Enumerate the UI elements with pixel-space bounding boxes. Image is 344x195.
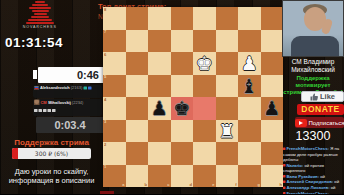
like-button[interactable]: Like: [301, 91, 344, 102]
subscribe-label: Подписаться: [309, 120, 344, 126]
donation-icon: [283, 148, 286, 151]
rank-label: 1: [104, 165, 106, 169]
square-b5[interactable]: [126, 75, 149, 98]
chat-text: ой: [320, 173, 325, 178]
medal-icon: [48, 109, 52, 112]
square-g3[interactable]: [238, 120, 261, 143]
square-f3[interactable]: ♜: [216, 120, 239, 143]
square-f7[interactable]: [216, 30, 239, 53]
square-f8[interactable]: [216, 7, 239, 30]
chat-message: Александр Лихачев: ой: [283, 185, 344, 190]
square-e8[interactable]: [193, 7, 216, 30]
opponent-rating: (2163): [71, 86, 83, 91]
square-g7[interactable]: [238, 30, 261, 53]
chat-text: ой: [334, 179, 339, 184]
progress-label: 300 ₽ (6%): [12, 148, 91, 159]
square-f1[interactable]: f: [216, 165, 239, 188]
file-label: g: [257, 183, 259, 187]
lessons-line2: информация в описании: [0, 176, 103, 185]
opponent-clock: 0:46: [38, 67, 104, 83]
chat-message: Nazario: ой против спаренного: [283, 162, 344, 173]
square-c6[interactable]: [148, 52, 171, 75]
chat-username: Александр Лихачев:: [287, 185, 331, 190]
streamer-medals: [33, 109, 68, 112]
chat-messages: FrenchMotorsChess: Я на самом деле пробу…: [283, 146, 344, 194]
donation-icon: [283, 192, 286, 194]
square-e6[interactable]: ♚: [193, 52, 216, 75]
file-label: h: [280, 183, 282, 187]
stream-overlay: NOVARCHESS Топ донат стрима: Nazario - 3…: [0, 0, 344, 194]
square-h4[interactable]: ♟: [261, 97, 284, 120]
square-a8[interactable]: 8: [103, 7, 126, 30]
square-c2[interactable]: [148, 142, 171, 165]
like-label: Like: [320, 92, 335, 101]
chat-message: Алексей Свиридонов: ой: [283, 179, 344, 184]
square-h6[interactable]: [261, 52, 284, 75]
square-a5[interactable]: 5: [103, 75, 126, 98]
chat-username: Алексей Свиридонов:: [287, 179, 335, 184]
square-e4[interactable]: [193, 97, 216, 120]
lessons-note: Даю уроки по скайпу, информация в описан…: [0, 167, 103, 185]
board-red-smear: [100, 191, 114, 194]
piece-wP-g6[interactable]: ♟: [238, 52, 261, 75]
avatar: [34, 100, 40, 106]
square-c4[interactable]: ♟: [148, 97, 171, 120]
rank-label: 6: [104, 53, 106, 57]
square-f4[interactable]: [216, 97, 239, 120]
donation-progress-bar: 300 ₽ (6%): [12, 148, 91, 159]
square-d3[interactable]: [171, 120, 194, 143]
thumbs-up-icon: [310, 93, 318, 101]
square-e1[interactable]: e: [193, 165, 216, 188]
rank-label: 4: [104, 98, 106, 102]
square-b7[interactable]: [126, 30, 149, 53]
logo-text: NOVARCHESS: [23, 25, 57, 29]
square-g4[interactable]: [238, 97, 261, 120]
square-g8[interactable]: [238, 7, 261, 30]
support-title: Поддержка стрима: [0, 138, 103, 147]
medal-icon: [39, 109, 43, 112]
file-label: b: [145, 183, 147, 187]
chat-text: ой: [331, 185, 336, 190]
file-label: d: [190, 183, 192, 187]
lessons-line1: Даю уроки по скайпу,: [0, 167, 103, 176]
square-h5[interactable]: [261, 75, 284, 98]
piece-bB-g5[interactable]: ♝: [238, 75, 261, 98]
streamer-player-bar: СМ Mihailovskij (2234): [33, 99, 102, 116]
square-b3[interactable]: [126, 120, 149, 143]
square-b8[interactable]: [126, 7, 149, 30]
streamer-name-line1: СМ Владимир: [282, 58, 344, 66]
chat-username: FrenchMotorsChess:: [287, 191, 330, 195]
opponent-name: Aleksandrovich: [40, 86, 70, 91]
opponent-player-bar: Aleksandrovich (2163): [33, 85, 102, 98]
square-g2[interactable]: [238, 142, 261, 165]
badge-icon: [88, 86, 92, 89]
square-g5[interactable]: ♝: [238, 75, 261, 98]
file-label: f: [236, 183, 237, 187]
rank-label: 2: [104, 143, 106, 147]
square-a3[interactable]: 3: [103, 120, 126, 143]
piece-wR-f3[interactable]: ♜: [216, 120, 239, 143]
subscriber-count: 13300: [282, 129, 344, 143]
channel-logo: NOVARCHESS: [8, 1, 72, 34]
square-a6[interactable]: 6: [103, 52, 126, 75]
square-h3[interactable]: [261, 120, 284, 143]
square-b4[interactable]: [126, 97, 149, 120]
square-c3[interactable]: [148, 120, 171, 143]
square-c5[interactable]: [148, 75, 171, 98]
rank-label: 3: [104, 120, 106, 124]
chat-message: FrenchMotorsChess: Подпись, человек не б…: [283, 191, 344, 195]
square-d2[interactable]: [171, 142, 194, 165]
square-a4[interactable]: 4: [103, 97, 126, 120]
square-d7[interactable]: [171, 30, 194, 53]
square-d6[interactable]: [171, 52, 194, 75]
piece-bP-h4[interactable]: ♟: [261, 97, 284, 120]
square-e5[interactable]: [193, 75, 216, 98]
chat-username: Nazario:: [287, 162, 305, 167]
chat-panel[interactable]: FrenchMotorsChess: Я на самом деле пробу…: [283, 146, 344, 194]
square-c1[interactable]: c: [148, 165, 171, 188]
chat-message: Ваня Рузайкин: ой: [283, 173, 344, 178]
medal-icon: [43, 109, 47, 112]
square-c8[interactable]: [148, 7, 171, 30]
rank-label: 5: [104, 75, 106, 79]
youtube-play-icon: [295, 119, 307, 127]
webcam-feed: [282, 0, 344, 57]
piece-bP-c4[interactable]: ♟: [148, 97, 171, 120]
square-g1[interactable]: g: [238, 165, 261, 188]
square-d5[interactable]: [171, 75, 194, 98]
piece-bK-d4[interactable]: ♚: [171, 97, 194, 120]
logo-emblem-icon: [26, 1, 54, 24]
donation-icon: [283, 181, 286, 184]
square-d8[interactable]: [171, 7, 194, 30]
flag-icon: [34, 86, 39, 90]
badge-icon: [83, 86, 87, 89]
square-h8[interactable]: [261, 7, 284, 30]
stream-timer: 01:31:54: [5, 35, 63, 50]
square-h2[interactable]: [261, 142, 284, 165]
square-c7[interactable]: [148, 30, 171, 53]
chat-username: FrenchMotorsChess:: [287, 146, 331, 151]
piece-wK-e6[interactable]: ♚: [193, 52, 216, 75]
file-label: e: [212, 183, 214, 187]
square-b2[interactable]: [126, 142, 149, 165]
square-e2[interactable]: [193, 142, 216, 165]
square-d4[interactable]: ♚: [171, 97, 194, 120]
chess-board[interactable]: 876♚♟5♝4♟♚♟3♜21abcdefgh: [103, 7, 283, 187]
streamer-rating: (2234): [72, 100, 84, 105]
square-a2[interactable]: 2: [103, 142, 126, 165]
donation-icon: [283, 186, 286, 189]
square-h1[interactable]: h: [261, 165, 284, 188]
streamer-name: СМ Владимир Михайловский: [282, 58, 344, 73]
thanks-line1: Поддержка мотивирует: [282, 75, 344, 89]
streamer-title: СМ: [41, 100, 47, 105]
rank-label: 8: [104, 8, 106, 12]
donation-icon: [283, 164, 286, 167]
clock-notch: [33, 70, 37, 79]
square-g6[interactable]: ♟: [238, 52, 261, 75]
streamer-name-line2: Михайловский: [282, 66, 344, 74]
chat-message: FrenchMotorsChess: Я на самом деле пробу…: [283, 146, 344, 162]
square-a1[interactable]: 1a: [103, 165, 126, 188]
square-f6[interactable]: [216, 52, 239, 75]
square-b6[interactable]: [126, 52, 149, 75]
streamer-username: Mihailovskij: [48, 100, 71, 105]
streamer-clock: 0:03.4: [36, 117, 104, 133]
square-a7[interactable]: 7: [103, 30, 126, 53]
donation-icon: [283, 175, 286, 178]
medal-icon: [34, 109, 38, 112]
square-e7[interactable]: [193, 30, 216, 53]
square-d1[interactable]: d: [171, 165, 194, 188]
square-h7[interactable]: [261, 30, 284, 53]
square-e3[interactable]: [193, 120, 216, 143]
file-label: a: [122, 183, 124, 187]
rank-label: 7: [104, 30, 106, 34]
chat-username: Ваня Рузайкин:: [287, 173, 321, 178]
subscribe-button[interactable]: Подписаться: [295, 117, 344, 128]
square-f2[interactable]: [216, 142, 239, 165]
donate-button[interactable]: DONATE: [297, 104, 344, 115]
file-label: c: [167, 183, 169, 187]
square-b1[interactable]: b: [126, 165, 149, 188]
medal-icon: [52, 109, 56, 112]
square-f5[interactable]: [216, 75, 239, 98]
streamer-torso: [291, 36, 339, 56]
